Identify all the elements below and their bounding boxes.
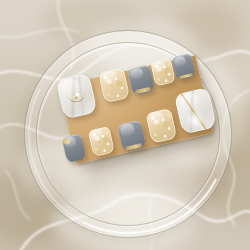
product-photo-scene (0, 0, 250, 250)
nail-tip-top-5 (171, 53, 196, 81)
nail-tip-bottom-3 (117, 120, 147, 153)
nail-tip-top-2 (98, 67, 130, 103)
nail-tip-bottom-2 (88, 126, 115, 157)
nail-tip-bottom-4 (145, 108, 177, 144)
